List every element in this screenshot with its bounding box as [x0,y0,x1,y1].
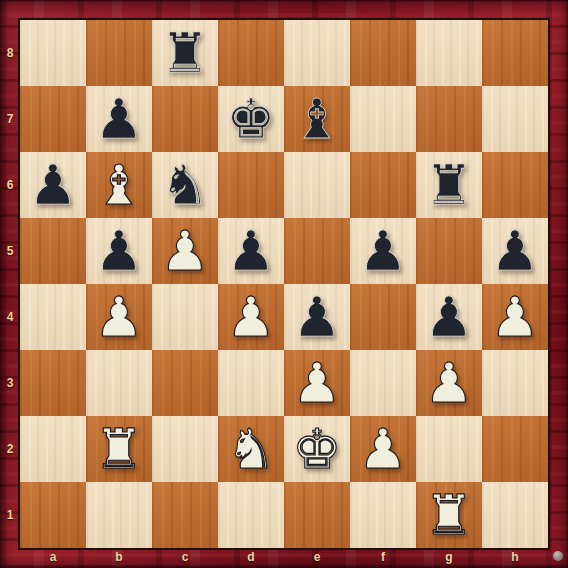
square-b3[interactable] [86,350,152,416]
black-pawn-a6[interactable]: ♟︎ [28,152,77,218]
rank-label-5: 5 [0,218,20,284]
square-f3[interactable] [350,350,416,416]
square-g4[interactable]: ♟︎ [416,284,482,350]
white-pawn-d4[interactable]: ♟︎ [226,284,275,350]
white-king-e2[interactable]: ♚︎ [292,416,341,482]
square-a6[interactable]: ♟︎ [20,152,86,218]
rank-label-6: 6 [0,152,20,218]
rank-label-7: 7 [0,86,20,152]
square-f4[interactable] [350,284,416,350]
square-e3[interactable]: ♟︎ [284,350,350,416]
square-h7[interactable] [482,86,548,152]
rank-label-2: 2 [0,416,20,482]
square-b4[interactable]: ♟︎ [86,284,152,350]
square-h5[interactable]: ♟︎ [482,218,548,284]
square-d6[interactable] [218,152,284,218]
square-d7[interactable]: ♚︎ [218,86,284,152]
square-b5[interactable]: ♟︎ [86,218,152,284]
square-h3[interactable] [482,350,548,416]
black-bishop-e7[interactable]: ♝︎ [292,86,341,152]
square-e8[interactable] [284,20,350,86]
white-pawn-g3[interactable]: ♟︎ [424,350,473,416]
black-pawn-b7[interactable]: ♟︎ [94,86,143,152]
square-g5[interactable] [416,218,482,284]
file-label-a: a [20,546,86,568]
black-pawn-d5[interactable]: ♟︎ [226,218,275,284]
rank-label-8: 8 [0,20,20,86]
square-c2[interactable] [152,416,218,482]
square-h6[interactable] [482,152,548,218]
square-c6[interactable]: ♞︎ [152,152,218,218]
file-label-f: f [350,546,416,568]
chess-board: ♜︎♟︎♚︎♝︎♟︎♝︎♞︎♜︎♟︎♟︎♟︎♟︎♟︎♟︎♟︎♟︎♟︎♟︎♟︎♟︎… [20,20,548,548]
square-b8[interactable] [86,20,152,86]
file-label-d: d [218,546,284,568]
white-pawn-e3[interactable]: ♟︎ [292,350,341,416]
square-d4[interactable]: ♟︎ [218,284,284,350]
white-rook-g1[interactable]: ♜︎ [424,482,473,548]
square-h8[interactable] [482,20,548,86]
file-label-b: b [86,546,152,568]
file-labels: abcdefgh [20,546,548,568]
square-e7[interactable]: ♝︎ [284,86,350,152]
rank-labels: 87654321 [0,20,20,548]
square-c7[interactable] [152,86,218,152]
white-knight-d2[interactable]: ♞︎ [226,416,275,482]
square-g2[interactable] [416,416,482,482]
square-c3[interactable] [152,350,218,416]
square-f1[interactable] [350,482,416,548]
white-pawn-c5[interactable]: ♟︎ [160,218,209,284]
square-e4[interactable]: ♟︎ [284,284,350,350]
file-label-e: e [284,546,350,568]
square-h1[interactable] [482,482,548,548]
rank-label-4: 4 [0,284,20,350]
rank-label-1: 1 [0,482,20,548]
square-f6[interactable] [350,152,416,218]
square-b1[interactable] [86,482,152,548]
square-f2[interactable]: ♟︎ [350,416,416,482]
chessboard-window: ♜︎♟︎♚︎♝︎♟︎♝︎♞︎♜︎♟︎♟︎♟︎♟︎♟︎♟︎♟︎♟︎♟︎♟︎♟︎♟︎… [0,0,568,568]
square-d5[interactable]: ♟︎ [218,218,284,284]
white-rook-b2[interactable]: ♜︎ [94,416,143,482]
rank-label-3: 3 [0,350,20,416]
square-b6[interactable]: ♝︎ [86,152,152,218]
square-g1[interactable]: ♜︎ [416,482,482,548]
square-a2[interactable] [20,416,86,482]
square-b2[interactable]: ♜︎ [86,416,152,482]
square-f7[interactable] [350,86,416,152]
square-g3[interactable]: ♟︎ [416,350,482,416]
white-pawn-b4[interactable]: ♟︎ [94,284,143,350]
black-king-d7[interactable]: ♚︎ [226,86,275,152]
black-pawn-g4[interactable]: ♟︎ [424,284,473,350]
square-e2[interactable]: ♚︎ [284,416,350,482]
white-pawn-h4[interactable]: ♟︎ [490,284,539,350]
square-h2[interactable] [482,416,548,482]
white-bishop-b6[interactable]: ♝︎ [94,152,143,218]
black-pawn-h5[interactable]: ♟︎ [490,218,539,284]
square-h4[interactable]: ♟︎ [482,284,548,350]
square-a7[interactable] [20,86,86,152]
square-e5[interactable] [284,218,350,284]
square-g6[interactable]: ♜︎ [416,152,482,218]
square-b7[interactable]: ♟︎ [86,86,152,152]
square-d3[interactable] [218,350,284,416]
square-g7[interactable] [416,86,482,152]
square-a8[interactable] [20,20,86,86]
file-label-g: g [416,546,482,568]
square-g8[interactable] [416,20,482,86]
square-f5[interactable]: ♟︎ [350,218,416,284]
square-c4[interactable] [152,284,218,350]
black-rook-c8[interactable]: ♜︎ [160,20,209,86]
square-a5[interactable] [20,218,86,284]
black-pawn-e4[interactable]: ♟︎ [292,284,341,350]
white-pawn-f2[interactable]: ♟︎ [358,416,407,482]
square-e1[interactable] [284,482,350,548]
square-c1[interactable] [152,482,218,548]
file-label-h: h [482,546,548,568]
file-label-c: c [152,546,218,568]
black-knight-c6[interactable]: ♞︎ [160,152,209,218]
square-d2[interactable]: ♞︎ [218,416,284,482]
black-rook-g6[interactable]: ♜︎ [424,152,473,218]
square-a1[interactable] [20,482,86,548]
square-f8[interactable] [350,20,416,86]
square-e6[interactable] [284,152,350,218]
black-pawn-f5[interactable]: ♟︎ [358,218,407,284]
square-a3[interactable] [20,350,86,416]
black-pawn-b5[interactable]: ♟︎ [94,218,143,284]
square-d8[interactable] [218,20,284,86]
square-a4[interactable] [20,284,86,350]
corner-dot [553,551,563,561]
square-c8[interactable]: ♜︎ [152,20,218,86]
square-d1[interactable] [218,482,284,548]
square-c5[interactable]: ♟︎ [152,218,218,284]
